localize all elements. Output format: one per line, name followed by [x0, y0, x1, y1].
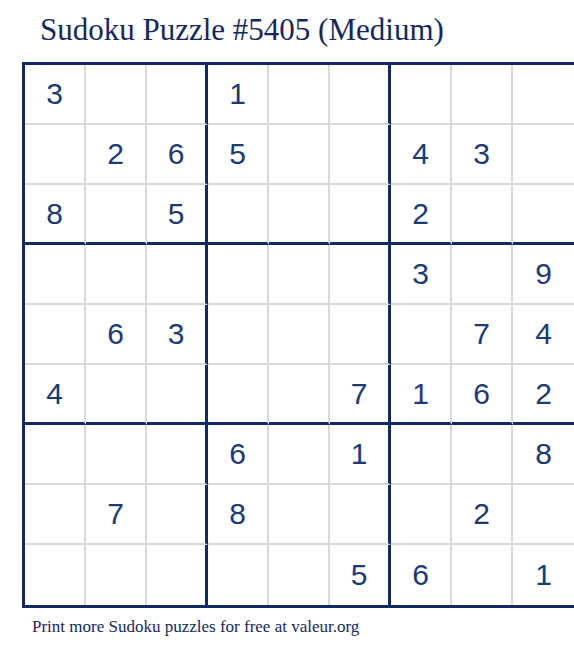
cell-r1c5[interactable]: [269, 65, 330, 125]
cell-r2c6[interactable]: [330, 125, 391, 185]
cell-r6c5[interactable]: [269, 365, 330, 425]
cell-r2c8[interactable]: 3: [452, 125, 513, 185]
cell-r7c1[interactable]: [25, 425, 86, 485]
cell-r4c3[interactable]: [147, 245, 208, 305]
cell-r7c5[interactable]: [269, 425, 330, 485]
cell-r9c4[interactable]: [208, 545, 269, 605]
cell-r5c9[interactable]: 4: [513, 305, 574, 365]
cell-r1c8[interactable]: [452, 65, 513, 125]
cell-r2c2[interactable]: 2: [86, 125, 147, 185]
cell-r5c7[interactable]: [391, 305, 452, 365]
cell-r2c3[interactable]: 6: [147, 125, 208, 185]
cell-r9c2[interactable]: [86, 545, 147, 605]
cell-r1c3[interactable]: [147, 65, 208, 125]
cell-r9c6[interactable]: 5: [330, 545, 391, 605]
cell-r3c3[interactable]: 5: [147, 185, 208, 245]
sudoku-board: 312654385239637447162618782561: [22, 62, 574, 608]
cell-r6c2[interactable]: [86, 365, 147, 425]
cell-r2c4[interactable]: 5: [208, 125, 269, 185]
cell-r3c9[interactable]: [513, 185, 574, 245]
cell-r4c9[interactable]: 9: [513, 245, 574, 305]
cell-r7c7[interactable]: [391, 425, 452, 485]
cell-r7c3[interactable]: [147, 425, 208, 485]
cell-r9c1[interactable]: [25, 545, 86, 605]
cell-r1c4[interactable]: 1: [208, 65, 269, 125]
cell-r3c4[interactable]: [208, 185, 269, 245]
cell-r3c7[interactable]: 2: [391, 185, 452, 245]
cell-r5c4[interactable]: [208, 305, 269, 365]
cell-r9c7[interactable]: 6: [391, 545, 452, 605]
cell-r9c3[interactable]: [147, 545, 208, 605]
cell-r3c8[interactable]: [452, 185, 513, 245]
cell-r2c1[interactable]: [25, 125, 86, 185]
cell-r9c5[interactable]: [269, 545, 330, 605]
cell-r8c5[interactable]: [269, 485, 330, 545]
cell-r4c1[interactable]: [25, 245, 86, 305]
cell-r5c1[interactable]: [25, 305, 86, 365]
cell-r7c2[interactable]: [86, 425, 147, 485]
cell-r5c5[interactable]: [269, 305, 330, 365]
cell-r8c2[interactable]: 7: [86, 485, 147, 545]
cell-r8c8[interactable]: 2: [452, 485, 513, 545]
cell-r5c2[interactable]: 6: [86, 305, 147, 365]
cell-r6c4[interactable]: [208, 365, 269, 425]
cell-r5c3[interactable]: 3: [147, 305, 208, 365]
cell-r1c1[interactable]: 3: [25, 65, 86, 125]
cell-r8c6[interactable]: [330, 485, 391, 545]
cell-r1c9[interactable]: [513, 65, 574, 125]
cell-r6c6[interactable]: 7: [330, 365, 391, 425]
cell-r7c6[interactable]: 1: [330, 425, 391, 485]
cell-r3c5[interactable]: [269, 185, 330, 245]
cell-r8c3[interactable]: [147, 485, 208, 545]
cell-r4c6[interactable]: [330, 245, 391, 305]
cell-r9c8[interactable]: [452, 545, 513, 605]
cell-r1c6[interactable]: [330, 65, 391, 125]
cell-r8c4[interactable]: 8: [208, 485, 269, 545]
cell-r7c8[interactable]: [452, 425, 513, 485]
cell-r6c9[interactable]: 2: [513, 365, 574, 425]
cell-r6c1[interactable]: 4: [25, 365, 86, 425]
cell-r5c8[interactable]: 7: [452, 305, 513, 365]
cell-r6c8[interactable]: 6: [452, 365, 513, 425]
cell-r4c7[interactable]: 3: [391, 245, 452, 305]
cell-r5c6[interactable]: [330, 305, 391, 365]
cell-r7c4[interactable]: 6: [208, 425, 269, 485]
cell-r4c5[interactable]: [269, 245, 330, 305]
cell-r3c1[interactable]: 8: [25, 185, 86, 245]
cell-r7c9[interactable]: 8: [513, 425, 574, 485]
page-title: Sudoku Puzzle #5405 (Medium): [40, 12, 444, 48]
cell-r2c5[interactable]: [269, 125, 330, 185]
cell-r4c2[interactable]: [86, 245, 147, 305]
cell-r4c4[interactable]: [208, 245, 269, 305]
cell-r8c1[interactable]: [25, 485, 86, 545]
cell-r8c9[interactable]: [513, 485, 574, 545]
cell-r6c7[interactable]: 1: [391, 365, 452, 425]
cell-r1c7[interactable]: [391, 65, 452, 125]
cell-r1c2[interactable]: [86, 65, 147, 125]
footer-text: Print more Sudoku puzzles for free at va…: [32, 617, 359, 637]
cell-r9c9[interactable]: 1: [513, 545, 574, 605]
cell-r2c9[interactable]: [513, 125, 574, 185]
cell-r6c3[interactable]: [147, 365, 208, 425]
cell-r2c7[interactable]: 4: [391, 125, 452, 185]
cell-r3c2[interactable]: [86, 185, 147, 245]
cell-r4c8[interactable]: [452, 245, 513, 305]
cell-r3c6[interactable]: [330, 185, 391, 245]
cell-r8c7[interactable]: [391, 485, 452, 545]
